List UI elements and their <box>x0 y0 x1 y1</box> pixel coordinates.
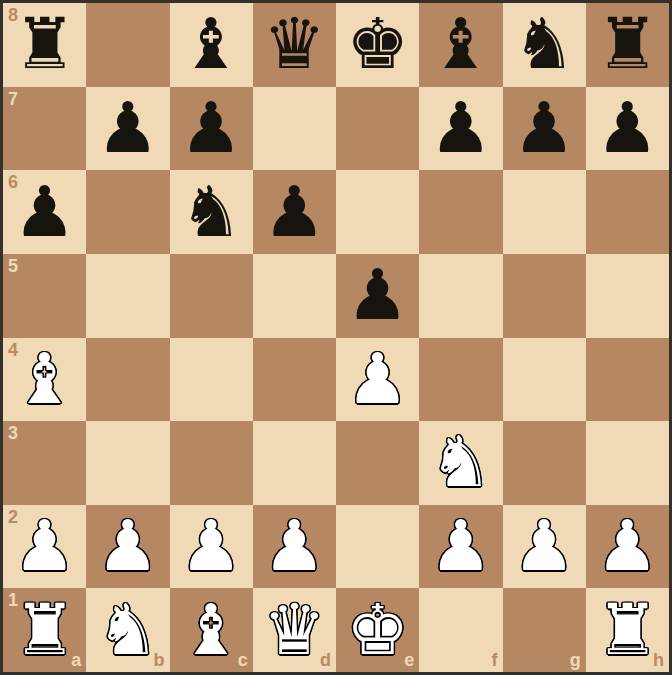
square-d8[interactable]: ♛ <box>253 3 336 87</box>
piece-white-bishop[interactable]: ♝ <box>13 338 76 421</box>
square-h3[interactable] <box>586 421 669 505</box>
square-e1[interactable]: e♚ <box>336 588 419 672</box>
chess-board: 8♜♝♛♚♝♞♜7♟♟♟♟♟6♟♞♟5♟4♝♟3♞2♟♟♟♟♟♟♟1a♜b♞c♝… <box>3 3 669 672</box>
piece-black-pawn[interactable]: ♟ <box>263 171 326 254</box>
square-g4[interactable] <box>503 338 586 422</box>
square-e2[interactable] <box>336 505 419 589</box>
piece-white-pawn[interactable]: ♟ <box>96 505 159 588</box>
square-f4[interactable] <box>419 338 502 422</box>
square-g3[interactable] <box>503 421 586 505</box>
square-g7[interactable]: ♟ <box>503 87 586 171</box>
square-d3[interactable] <box>253 421 336 505</box>
square-c8[interactable]: ♝ <box>170 3 253 87</box>
square-c7[interactable]: ♟ <box>170 87 253 171</box>
piece-white-pawn[interactable]: ♟ <box>180 505 243 588</box>
piece-black-pawn[interactable]: ♟ <box>513 87 576 170</box>
piece-black-rook[interactable]: ♜ <box>596 3 659 86</box>
piece-black-king[interactable]: ♚ <box>346 3 409 86</box>
piece-white-pawn[interactable]: ♟ <box>263 505 326 588</box>
piece-white-rook[interactable]: ♜ <box>596 589 659 672</box>
square-b4[interactable] <box>86 338 169 422</box>
square-e7[interactable] <box>336 87 419 171</box>
piece-white-knight[interactable]: ♞ <box>96 589 159 672</box>
piece-black-pawn[interactable]: ♟ <box>429 87 492 170</box>
square-a6[interactable]: 6♟ <box>3 170 86 254</box>
piece-white-pawn[interactable]: ♟ <box>596 505 659 588</box>
square-h6[interactable] <box>586 170 669 254</box>
square-f3[interactable]: ♞ <box>419 421 502 505</box>
square-b2[interactable]: ♟ <box>86 505 169 589</box>
piece-black-knight[interactable]: ♞ <box>180 171 243 254</box>
square-f8[interactable]: ♝ <box>419 3 502 87</box>
piece-black-pawn[interactable]: ♟ <box>346 254 409 337</box>
piece-black-bishop[interactable]: ♝ <box>180 3 243 86</box>
square-f5[interactable] <box>419 254 502 338</box>
rank-label-3: 3 <box>8 424 18 442</box>
square-f2[interactable]: ♟ <box>419 505 502 589</box>
square-a2[interactable]: 2♟ <box>3 505 86 589</box>
square-d7[interactable] <box>253 87 336 171</box>
square-h5[interactable] <box>586 254 669 338</box>
piece-white-bishop[interactable]: ♝ <box>180 589 243 672</box>
square-f7[interactable]: ♟ <box>419 87 502 171</box>
square-a5[interactable]: 5 <box>3 254 86 338</box>
square-e4[interactable]: ♟ <box>336 338 419 422</box>
square-c1[interactable]: c♝ <box>170 588 253 672</box>
piece-white-pawn[interactable]: ♟ <box>429 505 492 588</box>
chess-board-frame: 8♜♝♛♚♝♞♜7♟♟♟♟♟6♟♞♟5♟4♝♟3♞2♟♟♟♟♟♟♟1a♜b♞c♝… <box>0 0 672 675</box>
rank-label-7: 7 <box>8 90 18 108</box>
square-h2[interactable]: ♟ <box>586 505 669 589</box>
piece-white-pawn[interactable]: ♟ <box>13 505 76 588</box>
square-a4[interactable]: 4♝ <box>3 338 86 422</box>
piece-white-rook[interactable]: ♜ <box>13 589 76 672</box>
piece-white-king[interactable]: ♚ <box>346 589 409 672</box>
square-e6[interactable] <box>336 170 419 254</box>
piece-black-queen[interactable]: ♛ <box>263 3 326 86</box>
piece-white-queen[interactable]: ♛ <box>263 589 326 672</box>
square-a7[interactable]: 7 <box>3 87 86 171</box>
square-c5[interactable] <box>170 254 253 338</box>
square-a1[interactable]: 1a♜ <box>3 588 86 672</box>
square-a3[interactable]: 3 <box>3 421 86 505</box>
square-g8[interactable]: ♞ <box>503 3 586 87</box>
piece-black-knight[interactable]: ♞ <box>513 3 576 86</box>
square-f6[interactable] <box>419 170 502 254</box>
square-d6[interactable]: ♟ <box>253 170 336 254</box>
square-d2[interactable]: ♟ <box>253 505 336 589</box>
square-g5[interactable] <box>503 254 586 338</box>
square-h4[interactable] <box>586 338 669 422</box>
piece-white-pawn[interactable]: ♟ <box>346 338 409 421</box>
square-g6[interactable] <box>503 170 586 254</box>
square-d5[interactable] <box>253 254 336 338</box>
square-g2[interactable]: ♟ <box>503 505 586 589</box>
piece-black-rook[interactable]: ♜ <box>13 3 76 86</box>
square-g1[interactable]: g <box>503 588 586 672</box>
square-e5[interactable]: ♟ <box>336 254 419 338</box>
square-b3[interactable] <box>86 421 169 505</box>
piece-black-pawn[interactable]: ♟ <box>180 87 243 170</box>
file-label-g: g <box>570 651 581 669</box>
square-h8[interactable]: ♜ <box>586 3 669 87</box>
square-c2[interactable]: ♟ <box>170 505 253 589</box>
square-b7[interactable]: ♟ <box>86 87 169 171</box>
square-d1[interactable]: d♛ <box>253 588 336 672</box>
square-b6[interactable] <box>86 170 169 254</box>
piece-black-bishop[interactable]: ♝ <box>429 3 492 86</box>
piece-black-pawn[interactable]: ♟ <box>596 87 659 170</box>
square-b5[interactable] <box>86 254 169 338</box>
square-d4[interactable] <box>253 338 336 422</box>
piece-black-pawn[interactable]: ♟ <box>13 171 76 254</box>
square-e3[interactable] <box>336 421 419 505</box>
rank-label-5: 5 <box>8 257 18 275</box>
square-c4[interactable] <box>170 338 253 422</box>
piece-white-pawn[interactable]: ♟ <box>513 505 576 588</box>
square-h1[interactable]: h♜ <box>586 588 669 672</box>
file-label-f: f <box>492 651 498 669</box>
square-h7[interactable]: ♟ <box>586 87 669 171</box>
piece-black-pawn[interactable]: ♟ <box>96 87 159 170</box>
square-f1[interactable]: f <box>419 588 502 672</box>
square-a8[interactable]: 8♜ <box>3 3 86 87</box>
square-b8[interactable] <box>86 3 169 87</box>
square-e8[interactable]: ♚ <box>336 3 419 87</box>
square-b1[interactable]: b♞ <box>86 588 169 672</box>
piece-white-knight[interactable]: ♞ <box>429 421 492 504</box>
square-c3[interactable] <box>170 421 253 505</box>
square-c6[interactable]: ♞ <box>170 170 253 254</box>
